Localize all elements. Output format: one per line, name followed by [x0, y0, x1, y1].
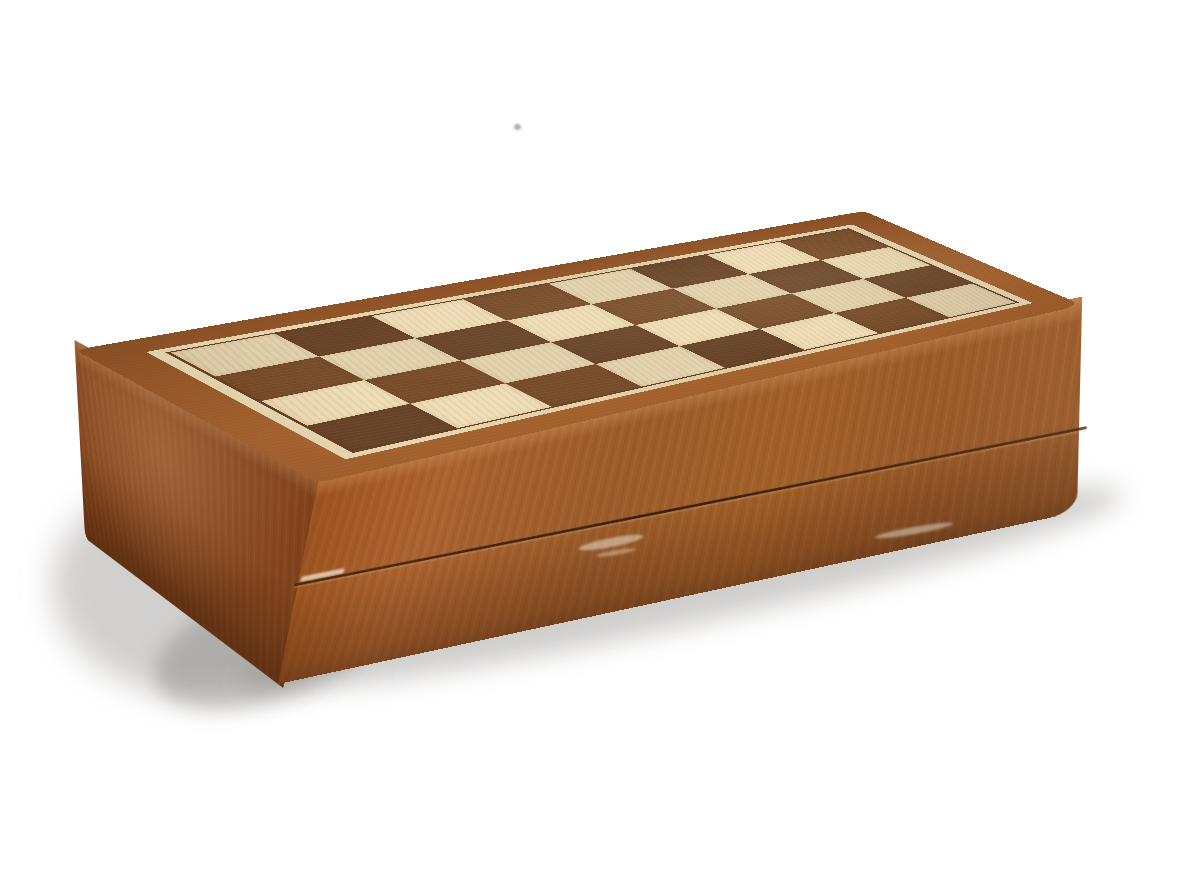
- product-photo-scene: [0, 0, 1194, 896]
- dust-speck: [514, 124, 521, 130]
